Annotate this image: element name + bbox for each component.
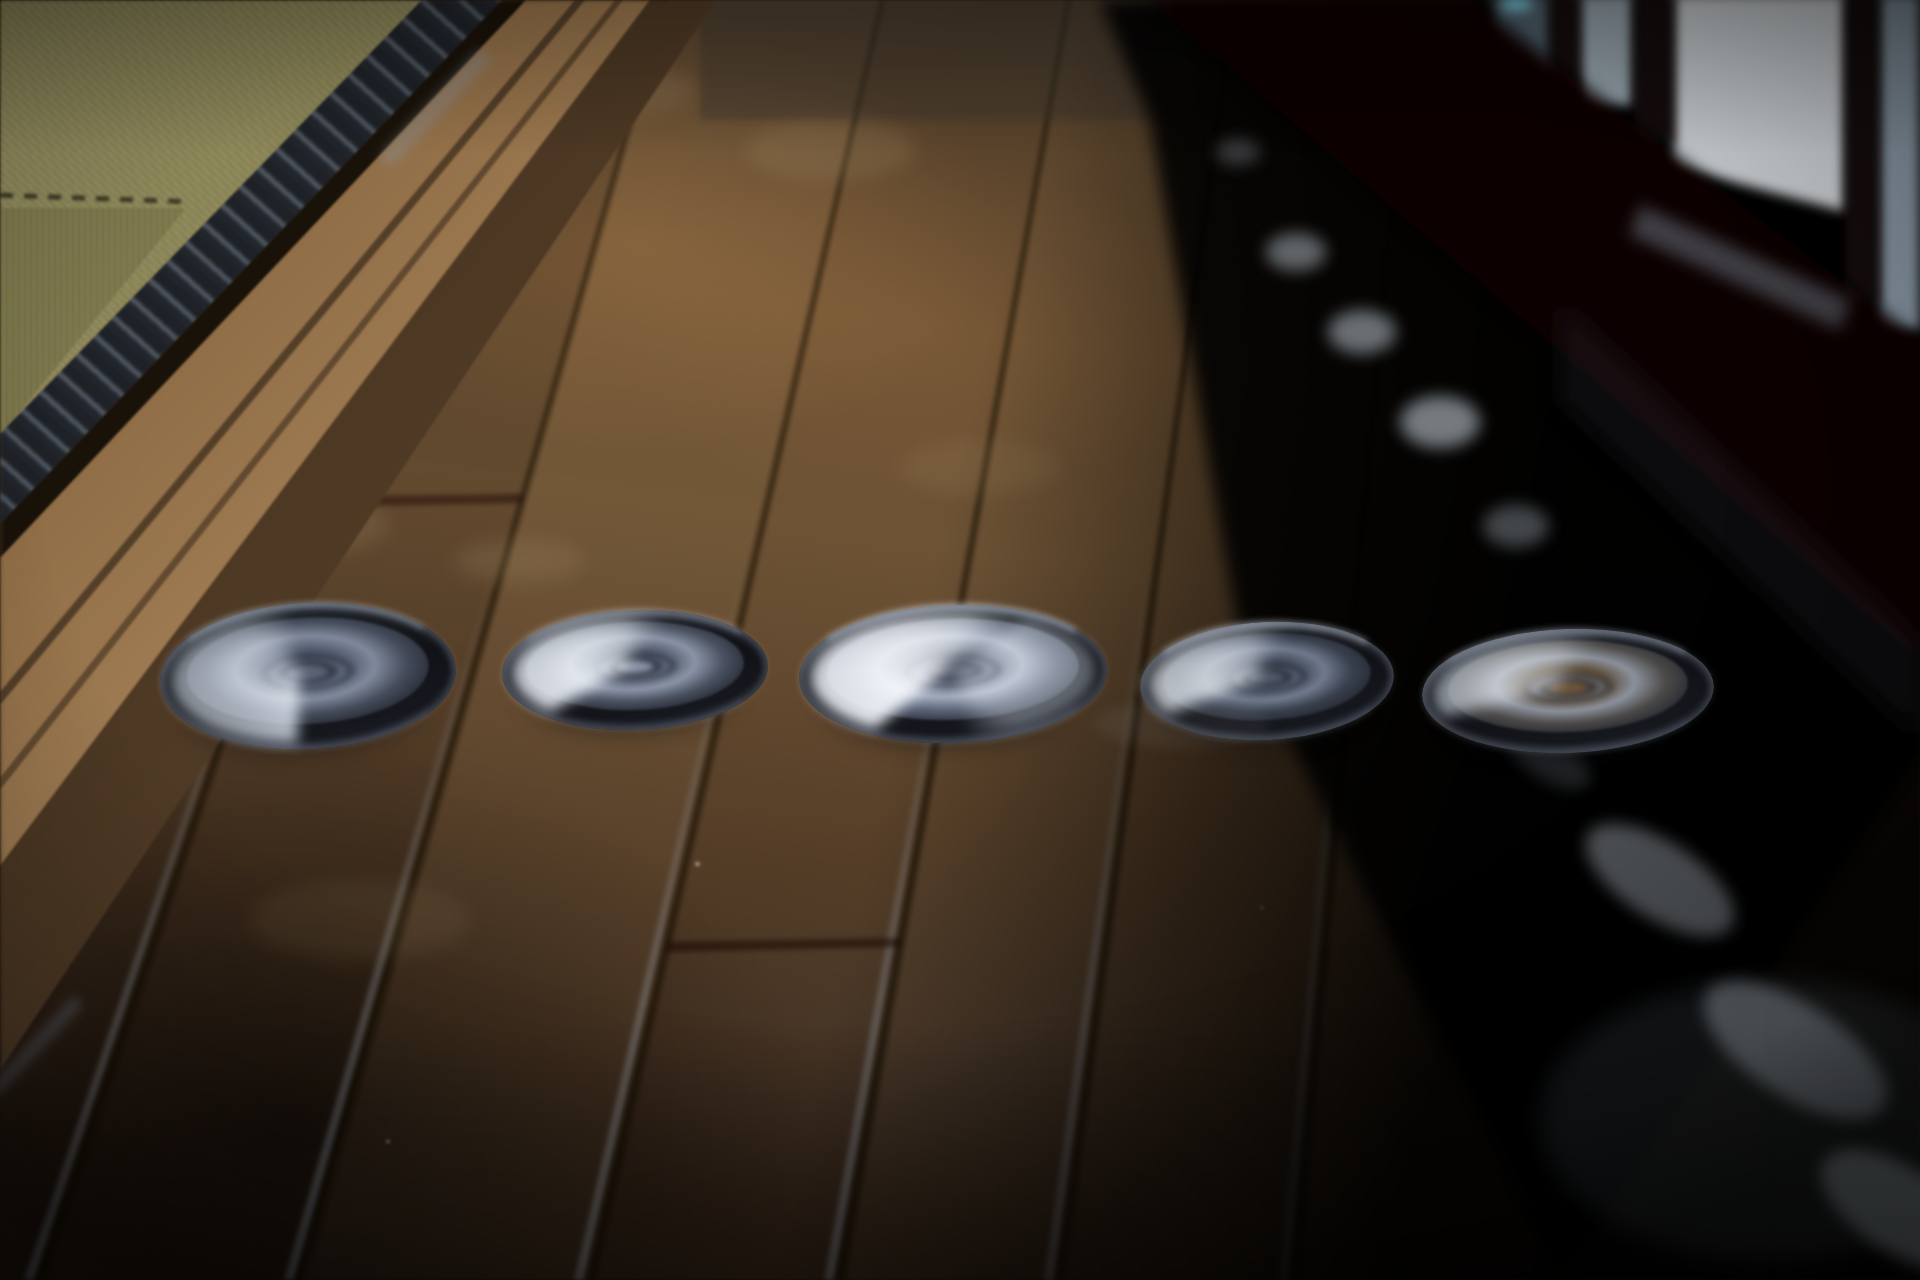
floor-reflection [1400, 396, 1480, 448]
plate-1 [156, 595, 459, 756]
floor-reflection [1328, 310, 1396, 354]
plate-3 [797, 600, 1110, 749]
window-pane-sky [1504, 0, 1530, 10]
photo-stage [0, 0, 1920, 1280]
floor-reflection [1216, 139, 1260, 165]
floor-reflection [1266, 233, 1326, 271]
dust-wisp [1095, 700, 1270, 748]
window-mullion [1634, 0, 1674, 144]
window-mullion [1845, 0, 1879, 304]
floor-reflection [1483, 505, 1549, 547]
plate-2 [500, 605, 770, 734]
dust-wisp [1140, 668, 1235, 694]
window-pane [1878, 0, 1920, 330]
plate-5 [1420, 624, 1716, 758]
